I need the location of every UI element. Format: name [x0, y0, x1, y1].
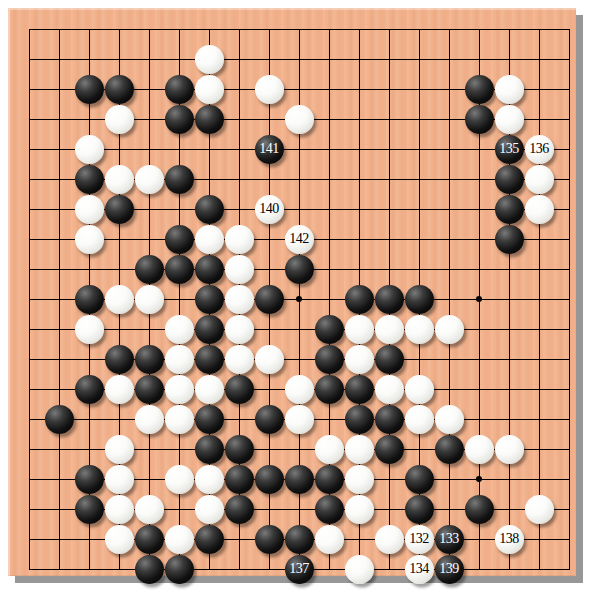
white-stone	[75, 135, 104, 164]
black-stone	[495, 165, 524, 194]
move-number-label: 133	[439, 532, 459, 546]
black-stone	[345, 405, 374, 434]
black-stone	[195, 255, 224, 284]
white-stone	[165, 345, 194, 374]
white-stone	[285, 375, 314, 404]
black-stone	[75, 495, 104, 524]
white-stone	[105, 375, 134, 404]
black-stone	[495, 225, 524, 254]
black-stone	[375, 345, 404, 374]
black-stone	[435, 435, 464, 464]
black-stone	[135, 255, 164, 284]
white-stone-134: 134	[405, 555, 434, 584]
black-stone	[135, 345, 164, 374]
black-stone	[225, 435, 254, 464]
white-stone	[105, 105, 134, 134]
white-stone	[165, 375, 194, 404]
black-stone	[195, 345, 224, 374]
star-point	[296, 296, 302, 302]
page: 141135136140142132133138137134139	[0, 0, 600, 600]
white-stone	[255, 75, 284, 104]
black-stone	[315, 375, 344, 404]
black-stone	[195, 105, 224, 134]
black-stone	[165, 555, 194, 584]
white-stone	[135, 495, 164, 524]
black-stone	[195, 435, 224, 464]
white-stone	[195, 495, 224, 524]
white-stone	[285, 105, 314, 134]
move-number-label: 140	[259, 202, 279, 216]
white-stone	[525, 195, 554, 224]
white-stone	[225, 345, 254, 374]
black-stone	[495, 195, 524, 224]
white-stone-142: 142	[285, 225, 314, 254]
white-stone	[135, 165, 164, 194]
white-stone	[165, 525, 194, 554]
grid-line-vertical	[539, 29, 540, 570]
white-stone	[315, 435, 344, 464]
white-stone	[225, 285, 254, 314]
white-stone	[75, 195, 104, 224]
white-stone	[225, 315, 254, 344]
black-stone	[135, 375, 164, 404]
black-stone	[165, 165, 194, 194]
black-stone	[465, 495, 494, 524]
black-stone	[255, 285, 284, 314]
white-stone	[495, 105, 524, 134]
white-stone	[195, 465, 224, 494]
white-stone	[345, 315, 374, 344]
black-stone	[345, 285, 374, 314]
black-stone	[75, 75, 104, 104]
white-stone	[105, 495, 134, 524]
white-stone	[225, 255, 254, 284]
black-stone	[315, 315, 344, 344]
move-number-label: 132	[409, 532, 429, 546]
white-stone	[435, 315, 464, 344]
white-stone	[195, 225, 224, 254]
white-stone	[195, 375, 224, 404]
move-number-label: 137	[289, 562, 309, 576]
star-point	[476, 296, 482, 302]
black-stone	[165, 255, 194, 284]
white-stone	[105, 165, 134, 194]
grid-line-vertical	[449, 29, 450, 570]
white-stone	[165, 405, 194, 434]
white-stone-138: 138	[495, 525, 524, 554]
white-stone	[435, 405, 464, 434]
white-stone	[165, 465, 194, 494]
black-stone	[465, 75, 494, 104]
white-stone-136: 136	[525, 135, 554, 164]
white-stone	[225, 225, 254, 254]
black-stone-135: 135	[495, 135, 524, 164]
black-stone	[255, 465, 284, 494]
white-stone	[165, 315, 194, 344]
black-stone	[75, 375, 104, 404]
black-stone-133: 133	[435, 525, 464, 554]
white-stone	[495, 75, 524, 104]
black-stone	[225, 495, 254, 524]
white-stone	[75, 225, 104, 254]
black-stone	[225, 375, 254, 404]
white-stone	[105, 465, 134, 494]
move-number-label: 136	[529, 142, 549, 156]
white-stone	[375, 375, 404, 404]
white-stone	[405, 405, 434, 434]
white-stone	[75, 315, 104, 344]
move-number-label: 134	[409, 562, 429, 576]
black-stone	[315, 345, 344, 374]
grid-line-horizontal	[29, 329, 570, 330]
move-number-label: 139	[439, 562, 459, 576]
black-stone	[165, 75, 194, 104]
black-stone-141: 141	[255, 135, 284, 164]
black-stone	[195, 525, 224, 554]
move-number-label: 135	[499, 142, 519, 156]
white-stone	[135, 405, 164, 434]
black-stone	[345, 375, 374, 404]
grid-line-vertical	[569, 29, 570, 570]
black-stone	[315, 465, 344, 494]
white-stone	[345, 345, 374, 374]
black-stone	[135, 525, 164, 554]
black-stone	[285, 465, 314, 494]
white-stone	[375, 525, 404, 554]
black-stone	[105, 195, 134, 224]
white-stone-140: 140	[255, 195, 284, 224]
black-stone	[165, 105, 194, 134]
white-stone	[345, 555, 374, 584]
black-stone	[375, 405, 404, 434]
black-stone	[45, 405, 74, 434]
white-stone	[105, 525, 134, 554]
white-stone	[525, 495, 554, 524]
white-stone	[315, 525, 344, 554]
black-stone	[195, 315, 224, 344]
go-board[interactable]: 141135136140142132133138137134139	[8, 8, 576, 576]
black-stone	[195, 195, 224, 224]
black-stone	[75, 465, 104, 494]
move-number-label: 142	[289, 232, 309, 246]
black-stone	[75, 165, 104, 194]
black-stone	[255, 525, 284, 554]
white-stone	[195, 75, 224, 104]
black-stone	[75, 285, 104, 314]
white-stone-132: 132	[405, 525, 434, 554]
black-stone	[375, 435, 404, 464]
black-stone	[225, 465, 254, 494]
black-stone	[375, 285, 404, 314]
white-stone	[525, 165, 554, 194]
black-stone	[465, 105, 494, 134]
black-stone	[255, 405, 284, 434]
white-stone	[285, 405, 314, 434]
black-stone	[135, 555, 164, 584]
white-stone	[105, 285, 134, 314]
white-stone	[255, 345, 284, 374]
black-stone-137: 137	[285, 555, 314, 584]
black-stone	[105, 75, 134, 104]
white-stone	[405, 315, 434, 344]
star-point	[476, 476, 482, 482]
move-number-label: 141	[259, 142, 279, 156]
black-stone	[405, 285, 434, 314]
black-stone	[285, 255, 314, 284]
white-stone	[135, 285, 164, 314]
white-stone	[375, 315, 404, 344]
move-number-label: 138	[499, 532, 519, 546]
white-stone	[345, 435, 374, 464]
black-stone	[405, 495, 434, 524]
white-stone	[495, 435, 524, 464]
black-stone	[105, 345, 134, 374]
black-stone	[195, 405, 224, 434]
black-stone	[315, 495, 344, 524]
white-stone	[465, 435, 494, 464]
black-stone	[405, 465, 434, 494]
black-stone-139: 139	[435, 555, 464, 584]
white-stone	[195, 45, 224, 74]
black-stone	[195, 285, 224, 314]
white-stone	[405, 375, 434, 404]
black-stone	[165, 225, 194, 254]
white-stone	[345, 465, 374, 494]
white-stone	[345, 495, 374, 524]
black-stone	[285, 525, 314, 554]
white-stone	[105, 435, 134, 464]
